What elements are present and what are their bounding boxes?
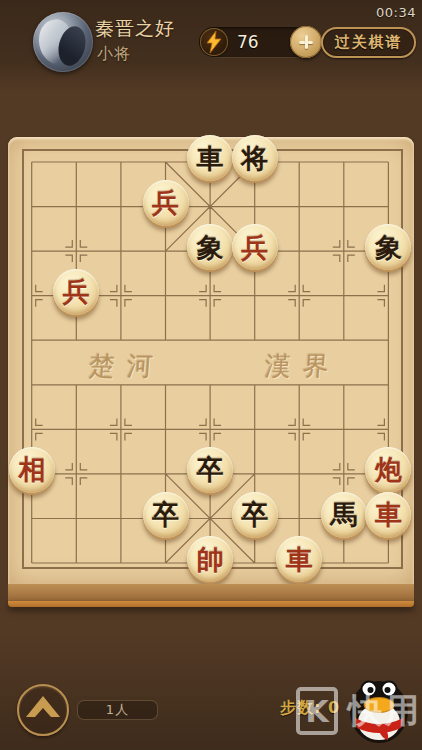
piece-glyph: 車 — [375, 501, 402, 528]
piece-black-7-4[interactable]: 卒 — [187, 447, 233, 493]
piece-glyph: 車 — [286, 546, 313, 573]
level-title: 秦晋之好 — [95, 16, 175, 42]
piece-black-8-7[interactable]: 馬 — [321, 492, 367, 538]
piece-red-7-0[interactable]: 相 — [9, 447, 55, 493]
piece-glyph: 馬 — [330, 501, 357, 528]
piece-red-3-1[interactable]: 兵 — [53, 269, 99, 315]
piece-black-2-4[interactable]: 象 — [187, 224, 233, 270]
piece-glyph: 卒 — [241, 501, 268, 528]
piece-red-8-8[interactable]: 車 — [365, 492, 411, 538]
piece-glyph: 兵 — [152, 189, 179, 216]
piece-glyph: 卒 — [152, 501, 179, 528]
piece-red-9-4[interactable]: 帥 — [187, 536, 233, 582]
piece-glyph: 車 — [197, 145, 224, 172]
avatar[interactable] — [33, 12, 93, 72]
energy-value: 76 — [237, 32, 259, 52]
piece-glyph: 炮 — [375, 456, 402, 483]
player-rank: 小将 — [97, 44, 131, 65]
river-label-right: 漢界 — [236, 350, 358, 382]
piece-black-0-5[interactable]: 将 — [232, 135, 278, 181]
piece-black-0-4[interactable]: 車 — [187, 135, 233, 181]
players-count: 1人 — [106, 701, 129, 719]
piece-glyph: 帥 — [197, 546, 224, 573]
board-rim — [8, 601, 414, 607]
piece-glyph: 兵 — [241, 234, 268, 261]
expand-button[interactable] — [17, 684, 69, 736]
xiangqi-board[interactable]: 楚河 漢界 車将兵象兵象兵相卒炮卒卒馬車帥車 — [8, 137, 414, 584]
piece-black-8-3[interactable]: 卒 — [143, 492, 189, 538]
puzzle-book-label: 过关棋谱 — [335, 33, 403, 52]
watermark-logo: K — [296, 687, 338, 735]
piece-red-9-6[interactable]: 車 — [276, 536, 322, 582]
piece-red-2-5[interactable]: 兵 — [232, 224, 278, 270]
piece-glyph: 将 — [241, 145, 268, 172]
piece-black-8-5[interactable]: 卒 — [232, 492, 278, 538]
piece-glyph: 卒 — [197, 456, 224, 483]
piece-glyph: 兵 — [63, 278, 90, 305]
piece-glyph: 相 — [18, 456, 45, 483]
piece-glyph: 象 — [197, 234, 224, 261]
board-edge — [8, 584, 414, 601]
piece-red-1-3[interactable]: 兵 — [143, 180, 189, 226]
piece-red-7-8[interactable]: 炮 — [365, 447, 411, 493]
puzzle-book-button[interactable]: 过关棋谱 — [321, 27, 416, 58]
timer: 00:34 — [376, 5, 416, 20]
add-energy-button[interactable] — [290, 26, 322, 58]
watermark: K 快用 — [296, 687, 422, 735]
chevron-up-icon — [19, 686, 67, 734]
watermark-text: 快用 — [348, 688, 422, 734]
piece-glyph: 象 — [375, 234, 402, 261]
river-label-left: 楚河 — [60, 350, 182, 382]
players-count-tab[interactable]: 1人 — [77, 700, 158, 720]
lightning-icon — [200, 28, 228, 56]
